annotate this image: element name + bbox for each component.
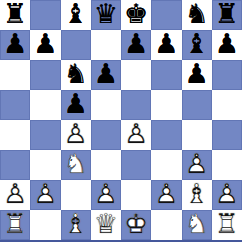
square-d5[interactable] — [91, 90, 121, 120]
rook-glyph-outline: ♖ — [215, 210, 239, 237]
pawn-glyph-outline: ♙ — [185, 150, 209, 177]
square-d8[interactable]: ♛♕ — [91, 0, 121, 30]
king-glyph-outline: ♔ — [124, 0, 148, 27]
square-c8[interactable]: ♝♗ — [61, 0, 91, 30]
black-pawn-piece: ♟♙ — [151, 30, 181, 60]
square-c7[interactable] — [61, 30, 91, 60]
white-pawn-piece: ♟♙ — [0, 180, 30, 210]
pawn-glyph-outline: ♙ — [215, 180, 239, 207]
queen-glyph-outline: ♕ — [94, 0, 118, 27]
black-rook-piece: ♜♖ — [212, 0, 242, 30]
square-c6[interactable]: ♞♘ — [61, 60, 91, 90]
square-a1[interactable]: ♜♖ — [0, 210, 30, 240]
square-b7[interactable]: ♟♙ — [30, 30, 60, 60]
chess-board-grid: ♜♖♝♗♛♕♚♔♞♘♜♖♟♙♟♙♟♙♟♙♝♗♟♙♞♘♟♙♟♙♟♙♟♙♟♙♞♘♟♙… — [0, 0, 242, 240]
white-king-piece: ♚♔ — [121, 210, 151, 240]
black-pawn-piece: ♟♙ — [182, 60, 212, 90]
square-a5[interactable] — [0, 90, 30, 120]
square-d6[interactable]: ♟♙ — [91, 60, 121, 90]
white-knight-piece: ♞♘ — [61, 150, 91, 180]
square-g3[interactable]: ♟♙ — [182, 150, 212, 180]
white-pawn-piece: ♟♙ — [121, 120, 151, 150]
square-h2[interactable]: ♟♙ — [212, 180, 242, 210]
black-pawn-piece: ♟♙ — [0, 30, 30, 60]
white-rook-piece: ♜♖ — [0, 210, 30, 240]
black-queen-piece: ♛♕ — [91, 0, 121, 30]
square-b2[interactable]: ♟♙ — [30, 180, 60, 210]
pawn-glyph-outline: ♙ — [3, 180, 27, 207]
square-b4[interactable] — [30, 120, 60, 150]
square-b5[interactable] — [30, 90, 60, 120]
square-a8[interactable]: ♜♖ — [0, 0, 30, 30]
black-knight-piece: ♞♘ — [182, 0, 212, 30]
square-f7[interactable]: ♟♙ — [151, 30, 181, 60]
chess-board: ♜♖♝♗♛♕♚♔♞♘♜♖♟♙♟♙♟♙♟♙♝♗♟♙♞♘♟♙♟♙♟♙♟♙♟♙♞♘♟♙… — [0, 0, 242, 242]
queen-glyph-outline: ♕ — [94, 210, 118, 237]
square-e2[interactable] — [121, 180, 151, 210]
black-pawn-piece: ♟♙ — [30, 30, 60, 60]
square-c5[interactable]: ♟♙ — [61, 90, 91, 120]
square-a2[interactable]: ♟♙ — [0, 180, 30, 210]
bishop-glyph-outline: ♗ — [64, 210, 88, 237]
pawn-glyph-outline: ♙ — [64, 90, 88, 117]
pawn-glyph-outline: ♙ — [215, 30, 239, 57]
king-glyph-outline: ♔ — [124, 210, 148, 237]
square-c3[interactable]: ♞♘ — [61, 150, 91, 180]
black-bishop-piece: ♝♗ — [182, 30, 212, 60]
square-a6[interactable] — [0, 60, 30, 90]
white-pawn-piece: ♟♙ — [30, 180, 60, 210]
square-e3[interactable] — [121, 150, 151, 180]
square-a7[interactable]: ♟♙ — [0, 30, 30, 60]
square-e1[interactable]: ♚♔ — [121, 210, 151, 240]
knight-glyph-outline: ♘ — [64, 150, 88, 177]
square-f5[interactable] — [151, 90, 181, 120]
white-pawn-piece: ♟♙ — [182, 150, 212, 180]
white-bishop-piece: ♝♗ — [61, 210, 91, 240]
square-b6[interactable] — [30, 60, 60, 90]
rook-glyph-outline: ♖ — [215, 0, 239, 27]
square-h5[interactable] — [212, 90, 242, 120]
black-bishop-piece: ♝♗ — [61, 0, 91, 30]
pawn-glyph-outline: ♙ — [124, 30, 148, 57]
square-a4[interactable] — [0, 120, 30, 150]
white-pawn-piece: ♟♙ — [61, 120, 91, 150]
knight-glyph-outline: ♘ — [64, 60, 88, 87]
square-b3[interactable] — [30, 150, 60, 180]
square-g8[interactable]: ♞♘ — [182, 0, 212, 30]
square-d2[interactable]: ♟♙ — [91, 180, 121, 210]
white-pawn-piece: ♟♙ — [151, 180, 181, 210]
square-e8[interactable]: ♚♔ — [121, 0, 151, 30]
pawn-glyph-outline: ♙ — [94, 180, 118, 207]
pawn-glyph-outline: ♙ — [33, 180, 57, 207]
rook-glyph-outline: ♖ — [3, 210, 27, 237]
square-e5[interactable] — [121, 90, 151, 120]
pawn-glyph-outline: ♙ — [154, 180, 178, 207]
square-h7[interactable]: ♟♙ — [212, 30, 242, 60]
black-pawn-piece: ♟♙ — [212, 30, 242, 60]
square-h6[interactable] — [212, 60, 242, 90]
square-d4[interactable] — [91, 120, 121, 150]
square-h4[interactable] — [212, 120, 242, 150]
square-d1[interactable]: ♛♕ — [91, 210, 121, 240]
square-g5[interactable] — [182, 90, 212, 120]
pawn-glyph-outline: ♙ — [64, 120, 88, 147]
black-pawn-piece: ♟♙ — [91, 60, 121, 90]
white-knight-piece: ♞♘ — [182, 210, 212, 240]
bishop-glyph-outline: ♗ — [185, 180, 209, 207]
square-f4[interactable] — [151, 120, 181, 150]
white-pawn-piece: ♟♙ — [212, 180, 242, 210]
square-g4[interactable] — [182, 120, 212, 150]
square-g1[interactable]: ♞♘ — [182, 210, 212, 240]
square-e7[interactable]: ♟♙ — [121, 30, 151, 60]
square-f6[interactable] — [151, 60, 181, 90]
black-pawn-piece: ♟♙ — [61, 90, 91, 120]
pawn-glyph-outline: ♙ — [33, 30, 57, 57]
white-rook-piece: ♜♖ — [212, 210, 242, 240]
knight-glyph-outline: ♘ — [185, 210, 209, 237]
black-rook-piece: ♜♖ — [0, 0, 30, 30]
square-f1[interactable] — [151, 210, 181, 240]
square-b8[interactable] — [30, 0, 60, 30]
white-bishop-piece: ♝♗ — [182, 180, 212, 210]
square-h1[interactable]: ♜♖ — [212, 210, 242, 240]
square-g2[interactable]: ♝♗ — [182, 180, 212, 210]
square-e6[interactable] — [121, 60, 151, 90]
square-c2[interactable] — [61, 180, 91, 210]
square-g7[interactable]: ♝♗ — [182, 30, 212, 60]
square-c1[interactable]: ♝♗ — [61, 210, 91, 240]
white-pawn-piece: ♟♙ — [91, 180, 121, 210]
square-c4[interactable]: ♟♙ — [61, 120, 91, 150]
white-queen-piece: ♛♕ — [91, 210, 121, 240]
square-f2[interactable]: ♟♙ — [151, 180, 181, 210]
bishop-glyph-outline: ♗ — [64, 0, 88, 27]
black-knight-piece: ♞♘ — [61, 60, 91, 90]
pawn-glyph-outline: ♙ — [124, 120, 148, 147]
square-h3[interactable] — [212, 150, 242, 180]
square-e4[interactable]: ♟♙ — [121, 120, 151, 150]
pawn-glyph-outline: ♙ — [94, 60, 118, 87]
square-f8[interactable] — [151, 0, 181, 30]
square-a3[interactable] — [0, 150, 30, 180]
square-d7[interactable] — [91, 30, 121, 60]
square-f3[interactable] — [151, 150, 181, 180]
bishop-glyph-outline: ♗ — [185, 30, 209, 57]
pawn-glyph-outline: ♙ — [185, 60, 209, 87]
square-b1[interactable] — [30, 210, 60, 240]
square-g6[interactable]: ♟♙ — [182, 60, 212, 90]
rook-glyph-outline: ♖ — [3, 0, 27, 27]
square-h8[interactable]: ♜♖ — [212, 0, 242, 30]
pawn-glyph-outline: ♙ — [154, 30, 178, 57]
black-king-piece: ♚♔ — [121, 0, 151, 30]
square-d3[interactable] — [91, 150, 121, 180]
black-pawn-piece: ♟♙ — [121, 30, 151, 60]
pawn-glyph-outline: ♙ — [3, 30, 27, 57]
knight-glyph-outline: ♘ — [185, 0, 209, 27]
